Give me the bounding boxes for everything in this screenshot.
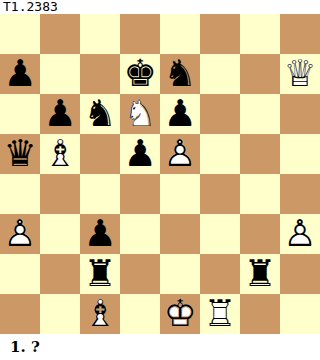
square-c8[interactable] <box>80 14 120 54</box>
square-h4[interactable] <box>280 174 320 214</box>
square-d6[interactable]: ♞♘ <box>120 94 160 134</box>
square-a4[interactable] <box>0 174 40 214</box>
piece-black-king: ♚ <box>120 54 160 94</box>
square-g1[interactable] <box>240 294 280 334</box>
square-d1[interactable] <box>120 294 160 334</box>
square-a5[interactable]: ♛ <box>0 134 40 174</box>
diagram-title: T1.2383 <box>3 0 58 14</box>
square-b5[interactable]: ♝♗ <box>40 134 80 174</box>
square-f6[interactable] <box>200 94 240 134</box>
square-d2[interactable] <box>120 254 160 294</box>
square-h3[interactable]: ♟♙ <box>280 214 320 254</box>
square-a3[interactable]: ♟♙ <box>0 214 40 254</box>
square-f2[interactable] <box>200 254 240 294</box>
square-g2[interactable]: ♜ <box>240 254 280 294</box>
square-b1[interactable] <box>40 294 80 334</box>
square-e6[interactable]: ♟ <box>160 94 200 134</box>
square-c4[interactable] <box>80 174 120 214</box>
square-e4[interactable] <box>160 174 200 214</box>
square-c3[interactable]: ♟ <box>80 214 120 254</box>
square-f5[interactable] <box>200 134 240 174</box>
piece-white-bishop: ♝♗ <box>40 134 80 174</box>
square-b2[interactable] <box>40 254 80 294</box>
piece-black-pawn: ♟ <box>120 134 160 174</box>
square-c6[interactable]: ♞ <box>80 94 120 134</box>
square-d4[interactable] <box>120 174 160 214</box>
square-e2[interactable] <box>160 254 200 294</box>
square-c1[interactable]: ♝♗ <box>80 294 120 334</box>
chess-diagram-window: T1.2383 ♟♚♞♛♕♟♞♞♘♟♛♝♗♟♟♙♟♙♟♟♙♜♜♝♗♚♔♜♖ 1.… <box>0 0 320 360</box>
square-h5[interactable] <box>280 134 320 174</box>
piece-black-knight: ♞ <box>80 94 120 134</box>
square-a7[interactable]: ♟ <box>0 54 40 94</box>
square-e8[interactable] <box>160 14 200 54</box>
piece-black-knight: ♞ <box>160 54 200 94</box>
piece-white-pawn: ♟♙ <box>160 134 200 174</box>
square-b3[interactable] <box>40 214 80 254</box>
piece-black-pawn: ♟ <box>40 94 80 134</box>
square-c2[interactable]: ♜ <box>80 254 120 294</box>
piece-black-pawn: ♟ <box>160 94 200 134</box>
chess-board: ♟♚♞♛♕♟♞♞♘♟♛♝♗♟♟♙♟♙♟♟♙♜♜♝♗♚♔♜♖ <box>0 14 320 334</box>
square-e3[interactable] <box>160 214 200 254</box>
square-f3[interactable] <box>200 214 240 254</box>
piece-white-queen: ♛♕ <box>280 54 320 94</box>
square-a6[interactable] <box>0 94 40 134</box>
square-d8[interactable] <box>120 14 160 54</box>
piece-black-pawn: ♟ <box>0 54 40 94</box>
square-a2[interactable] <box>0 254 40 294</box>
square-h2[interactable] <box>280 254 320 294</box>
square-e5[interactable]: ♟♙ <box>160 134 200 174</box>
square-h8[interactable] <box>280 14 320 54</box>
piece-black-rook: ♜ <box>80 254 120 294</box>
square-c7[interactable] <box>80 54 120 94</box>
square-e1[interactable]: ♚♔ <box>160 294 200 334</box>
square-e7[interactable]: ♞ <box>160 54 200 94</box>
piece-black-queen: ♛ <box>0 134 40 174</box>
square-b6[interactable]: ♟ <box>40 94 80 134</box>
square-g7[interactable] <box>240 54 280 94</box>
square-g3[interactable] <box>240 214 280 254</box>
square-h6[interactable] <box>280 94 320 134</box>
piece-white-rook: ♜♖ <box>200 294 240 334</box>
piece-white-pawn: ♟♙ <box>0 214 40 254</box>
square-f4[interactable] <box>200 174 240 214</box>
square-h7[interactable]: ♛♕ <box>280 54 320 94</box>
piece-white-pawn: ♟♙ <box>280 214 320 254</box>
square-d5[interactable]: ♟ <box>120 134 160 174</box>
square-c5[interactable] <box>80 134 120 174</box>
piece-white-bishop: ♝♗ <box>80 294 120 334</box>
square-a1[interactable] <box>0 294 40 334</box>
square-g5[interactable] <box>240 134 280 174</box>
square-b7[interactable] <box>40 54 80 94</box>
square-g8[interactable] <box>240 14 280 54</box>
square-g4[interactable] <box>240 174 280 214</box>
square-a8[interactable] <box>0 14 40 54</box>
square-g6[interactable] <box>240 94 280 134</box>
square-h1[interactable] <box>280 294 320 334</box>
square-f1[interactable]: ♜♖ <box>200 294 240 334</box>
square-f8[interactable] <box>200 14 240 54</box>
piece-black-rook: ♜ <box>240 254 280 294</box>
piece-white-king: ♚♔ <box>160 294 200 334</box>
move-prompt: 1. ? <box>10 334 40 360</box>
square-b8[interactable] <box>40 14 80 54</box>
square-b4[interactable] <box>40 174 80 214</box>
piece-black-pawn: ♟ <box>80 214 120 254</box>
piece-white-knight: ♞♘ <box>120 94 160 134</box>
square-f7[interactable] <box>200 54 240 94</box>
square-d3[interactable] <box>120 214 160 254</box>
square-d7[interactable]: ♚ <box>120 54 160 94</box>
